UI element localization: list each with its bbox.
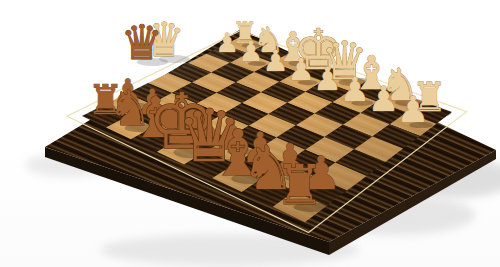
extra-queen-black: ♛ [121, 15, 169, 70]
piece-glyph: ♟ [287, 52, 314, 87]
piece-glyph: ♟ [397, 88, 430, 131]
piece-glyph: ♟ [313, 60, 342, 97]
piece-glyph: ♟ [340, 70, 370, 109]
piece-glyph: ♟ [368, 79, 399, 119]
piece-black-r-a8: ♜ [275, 153, 330, 217]
piece-glyph: ♟ [215, 27, 239, 58]
piece-white-p-a2: ♟ [397, 88, 433, 131]
chess-set-photo: ♜♞♟♛♛♝♟♚♟♛♟♝♟♞♟♟♜♟♟♜♟♟♞♟♝♟♚♟♛♟♝♟♞♜ [0, 0, 500, 267]
piece-glyph: ♜ [275, 153, 324, 217]
piece-glyph: ♟ [263, 44, 289, 78]
piece-glyph: ♛ [121, 15, 164, 70]
piece-glyph: ♟ [239, 35, 264, 68]
chess-board: ♜♞♟♛♛♝♟♚♟♛♟♝♟♞♟♟♜♟♟♜♟♟♞♟♝♟♚♟♛♟♝♟♞♜ [0, 0, 500, 267]
